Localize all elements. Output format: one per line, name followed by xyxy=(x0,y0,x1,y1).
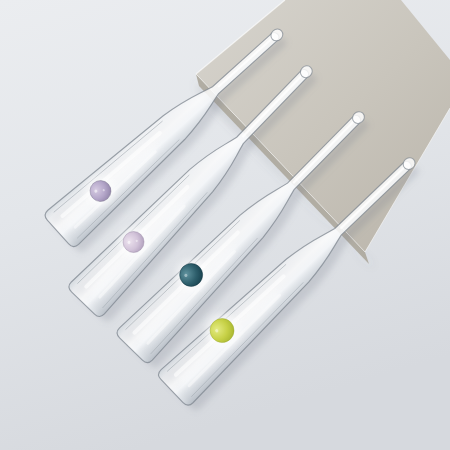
glass-straws-photo xyxy=(0,0,450,450)
photo-stage xyxy=(0,0,450,450)
